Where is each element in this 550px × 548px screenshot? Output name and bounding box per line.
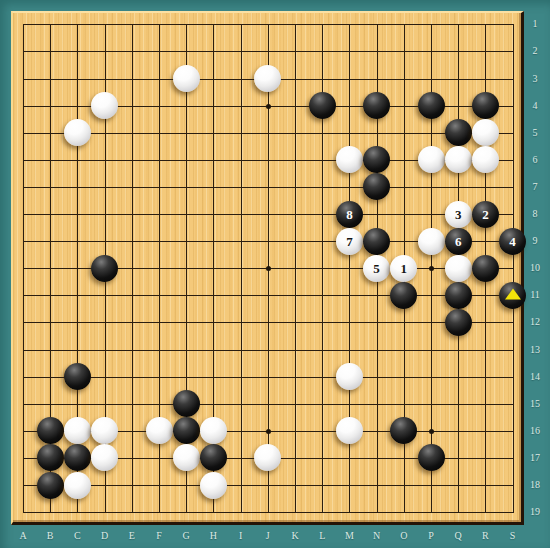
grid-line-horizontal: [23, 485, 514, 486]
stone-black-N9: [363, 228, 390, 255]
stone-white-O10: 1: [390, 255, 417, 282]
stone-white-R5: [472, 119, 499, 146]
stone-black-O16: [390, 417, 417, 444]
stone-black-Q9: 6: [445, 228, 472, 255]
stone-white-H16: [200, 417, 227, 444]
move-number-3: 3: [455, 208, 462, 221]
row-label-2: 2: [524, 45, 546, 57]
col-label-J: J: [260, 530, 276, 542]
stone-black-C14: [64, 363, 91, 390]
col-label-L: L: [314, 530, 330, 542]
row-label-6: 6: [524, 154, 546, 166]
stone-black-C17: [64, 444, 91, 471]
stone-black-O11: [390, 282, 417, 309]
stone-white-C18: [64, 472, 91, 499]
stone-black-R8: 2: [472, 201, 499, 228]
row-label-17: 17: [524, 452, 546, 464]
stone-black-H17: [200, 444, 227, 471]
move-number-6: 6: [455, 235, 462, 248]
row-label-18: 18: [524, 479, 546, 491]
row-label-7: 7: [524, 181, 546, 193]
stone-white-D16: [91, 417, 118, 444]
row-label-15: 15: [524, 398, 546, 410]
stone-black-B16: [37, 417, 64, 444]
stone-white-D4: [91, 92, 118, 119]
move-number-5: 5: [373, 262, 380, 275]
col-label-G: G: [178, 530, 194, 542]
col-label-F: F: [151, 530, 167, 542]
col-label-S: S: [505, 530, 521, 542]
triangle-marker: [505, 289, 521, 300]
stone-white-M9: 7: [336, 228, 363, 255]
stone-white-C16: [64, 417, 91, 444]
row-label-9: 9: [524, 235, 546, 247]
stone-black-D10: [91, 255, 118, 282]
stone-white-D17: [91, 444, 118, 471]
grid-line-vertical: [513, 24, 514, 513]
stone-white-M6: [336, 146, 363, 173]
col-label-Q: Q: [450, 530, 466, 542]
stone-black-R4: [472, 92, 499, 119]
col-label-I: I: [233, 530, 249, 542]
row-label-1: 1: [524, 18, 546, 30]
stone-black-G15: [173, 390, 200, 417]
row-label-4: 4: [524, 100, 546, 112]
row-label-12: 12: [524, 316, 546, 328]
stone-white-Q8: 3: [445, 201, 472, 228]
col-label-E: E: [124, 530, 140, 542]
stone-black-N6: [363, 146, 390, 173]
row-label-14: 14: [524, 371, 546, 383]
stone-white-Q10: [445, 255, 472, 282]
grid-line-horizontal: [23, 377, 514, 378]
star-point: [266, 266, 271, 271]
stone-black-S11: [499, 282, 526, 309]
grid-line-horizontal: [23, 404, 514, 405]
stone-white-J17: [254, 444, 281, 471]
move-number-7: 7: [346, 235, 353, 248]
stone-black-L4: [309, 92, 336, 119]
stone-black-B17: [37, 444, 64, 471]
stone-black-P17: [418, 444, 445, 471]
row-label-3: 3: [524, 73, 546, 85]
col-label-A: A: [15, 530, 31, 542]
stone-black-M8: 8: [336, 201, 363, 228]
stone-black-Q5: [445, 119, 472, 146]
stone-white-P6: [418, 146, 445, 173]
col-label-R: R: [477, 530, 493, 542]
star-point: [429, 266, 434, 271]
row-label-8: 8: [524, 208, 546, 220]
grid-line-horizontal: [23, 512, 514, 513]
stone-white-N10: 5: [363, 255, 390, 282]
row-label-13: 13: [524, 344, 546, 356]
stone-white-Q6: [445, 146, 472, 173]
stone-white-P9: [418, 228, 445, 255]
row-label-19: 19: [524, 506, 546, 518]
row-label-11: 11: [524, 289, 546, 301]
stone-white-J3: [254, 65, 281, 92]
star-point: [266, 104, 271, 109]
stone-black-P4: [418, 92, 445, 119]
col-label-N: N: [369, 530, 385, 542]
col-label-C: C: [69, 530, 85, 542]
grid-line-horizontal: [23, 350, 514, 351]
stone-white-M14: [336, 363, 363, 390]
row-label-10: 10: [524, 262, 546, 274]
col-label-H: H: [205, 530, 221, 542]
col-label-P: P: [423, 530, 439, 542]
stone-black-Q11: [445, 282, 472, 309]
col-label-B: B: [42, 530, 58, 542]
col-label-M: M: [341, 530, 357, 542]
grid-line-horizontal: [23, 322, 514, 323]
move-number-4: 4: [509, 235, 516, 248]
row-label-5: 5: [524, 127, 546, 139]
stone-black-N4: [363, 92, 390, 119]
stone-black-G16: [173, 417, 200, 444]
col-label-O: O: [396, 530, 412, 542]
stone-black-N7: [363, 173, 390, 200]
stone-white-C5: [64, 119, 91, 146]
grid-line-vertical: [295, 24, 296, 513]
move-number-1: 1: [401, 262, 408, 275]
star-point: [266, 429, 271, 434]
go-game-screen: 83276451 ABCDEFGHIJKLMNOPQRS 12345678910…: [0, 0, 550, 548]
stone-black-B18: [37, 472, 64, 499]
stone-black-R10: [472, 255, 499, 282]
move-number-8: 8: [346, 208, 353, 221]
row-label-16: 16: [524, 425, 546, 437]
stone-white-H18: [200, 472, 227, 499]
stone-black-S9: 4: [499, 228, 526, 255]
go-board[interactable]: 83276451: [11, 11, 524, 525]
star-point: [429, 429, 434, 434]
move-number-2: 2: [482, 208, 489, 221]
stone-white-R6: [472, 146, 499, 173]
stone-white-F16: [146, 417, 173, 444]
grid-line-horizontal: [23, 295, 514, 296]
col-label-D: D: [97, 530, 113, 542]
stone-black-Q12: [445, 309, 472, 336]
stone-white-G3: [173, 65, 200, 92]
stone-white-M16: [336, 417, 363, 444]
col-label-K: K: [287, 530, 303, 542]
stone-white-G17: [173, 444, 200, 471]
